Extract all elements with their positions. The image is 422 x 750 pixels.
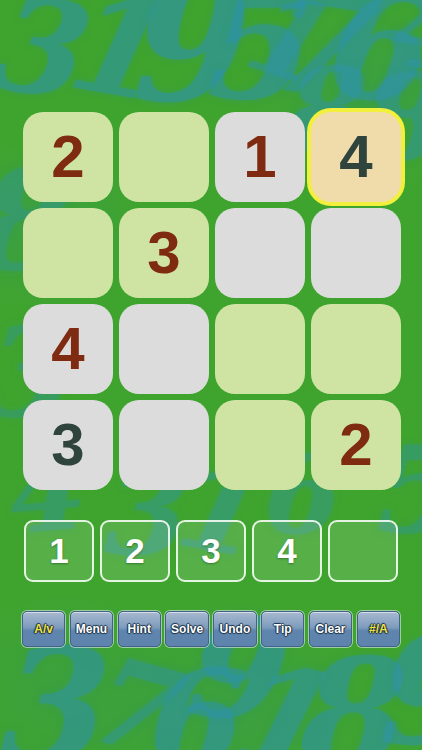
toolbar-button-av[interactable]: A/v	[22, 611, 65, 647]
bg-digit: 1	[51, 0, 167, 120]
grid-cell-r1c2[interactable]	[119, 112, 209, 202]
grid-cell-r4c3[interactable]	[215, 400, 305, 490]
grid-cell-r3c4[interactable]	[311, 304, 401, 394]
grid-cell-r1c4-selected[interactable]: 4	[311, 112, 401, 202]
bg-digit: 1	[215, 640, 335, 750]
bg-digit: 7	[71, 636, 183, 750]
sudoku-board: 2 1 4 3 4 3 2	[23, 112, 401, 490]
number-pad: 1 2 3 4	[24, 520, 398, 582]
toolbar-button-menu[interactable]: Menu	[70, 611, 113, 647]
grid-cell-r1c3[interactable]: 1	[215, 112, 305, 202]
bg-digit: 6	[312, 0, 422, 124]
toolbar-button-clear[interactable]: Clear	[309, 611, 352, 647]
grid-cell-r2c2[interactable]: 3	[119, 208, 209, 298]
grid-cell-r4c2[interactable]	[119, 400, 209, 490]
grid-cell-r1c1[interactable]: 2	[23, 112, 113, 202]
toolbar-button-hint[interactable]: Hint	[118, 611, 161, 647]
toolbar: A/v Menu Hint Solve Undo Tip Clear #/A	[22, 611, 400, 647]
grid-cell-r4c1[interactable]: 3	[23, 400, 113, 490]
pad-button-4[interactable]: 4	[252, 520, 322, 582]
grid-cell-r4c4[interactable]: 2	[311, 400, 401, 490]
bg-digit: 1	[228, 0, 335, 101]
bg-digit: 4	[377, 0, 422, 91]
app-screen: 319517648883431653769189 2 1 4 3 4 3 2 1…	[0, 0, 422, 750]
toolbar-button-numa[interactable]: #/A	[357, 611, 400, 647]
toolbar-button-tip[interactable]: Tip	[261, 611, 304, 647]
pad-button-erase[interactable]	[328, 520, 398, 582]
pad-button-1[interactable]: 1	[24, 520, 94, 582]
grid-cell-r3c3[interactable]	[215, 304, 305, 394]
grid-cell-r3c2[interactable]	[119, 304, 209, 394]
bg-digit: 9	[120, 0, 235, 125]
grid-cell-r2c4[interactable]	[311, 208, 401, 298]
toolbar-button-solve[interactable]: Solve	[165, 611, 208, 647]
toolbar-button-undo[interactable]: Undo	[213, 611, 256, 647]
grid-cell-r2c1[interactable]	[23, 208, 113, 298]
bg-digit: 5	[196, 0, 300, 120]
pad-button-2[interactable]: 2	[100, 520, 170, 582]
bg-digit: 6	[138, 652, 232, 750]
bg-digit: 3	[0, 0, 85, 118]
grid-cell-r3c1[interactable]: 4	[23, 304, 113, 394]
grid-cell-r2c3[interactable]	[215, 208, 305, 298]
bg-digit: 8	[288, 638, 392, 750]
pad-button-3[interactable]: 3	[176, 520, 246, 582]
bg-digit: 7	[248, 0, 372, 122]
